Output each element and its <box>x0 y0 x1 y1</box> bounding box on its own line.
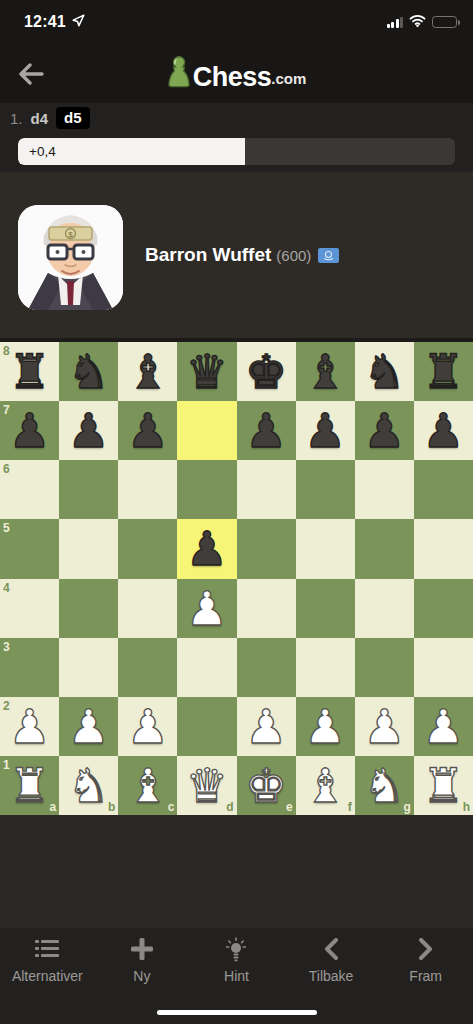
square-e2[interactable]: ♟ <box>237 697 296 756</box>
square-f4[interactable] <box>296 579 355 638</box>
square-b8[interactable]: ♞ <box>59 342 118 401</box>
evaluation-bar: +0,4 <box>18 138 455 165</box>
forward-move-label: Fram <box>409 968 442 984</box>
lower-gap <box>0 815 473 928</box>
square-b3[interactable] <box>59 638 118 697</box>
rank-label-3: 3 <box>3 640 10 654</box>
move-list: 1. d4 d5 <box>0 103 473 133</box>
opponent-panel: $ Barron Wuffet(600) <box>0 172 473 338</box>
square-e6[interactable] <box>237 460 296 519</box>
rank-label-5: 5 <box>3 521 10 535</box>
piece-white-pawn: ♟ <box>355 697 414 756</box>
square-d2[interactable] <box>177 697 236 756</box>
piece-black-king: ♚ <box>237 342 296 401</box>
svg-text:$: $ <box>68 229 73 238</box>
piece-white-rook: ♜ <box>0 756 59 815</box>
back-move-label: Tilbake <box>309 968 354 984</box>
piece-black-pawn: ♟ <box>237 401 296 460</box>
square-e7[interactable]: ♟ <box>237 401 296 460</box>
square-a8[interactable]: 8♜ <box>0 342 59 401</box>
back-button[interactable] <box>18 63 48 85</box>
square-f5[interactable] <box>296 519 355 578</box>
piece-white-knight: ♞ <box>59 756 118 815</box>
piece-black-pawn: ♟ <box>118 401 177 460</box>
square-a7[interactable]: 7♟ <box>0 401 59 460</box>
app-header: Chess .com <box>0 44 473 103</box>
square-d7[interactable] <box>177 401 236 460</box>
options-label: Alternativer <box>12 968 83 984</box>
piece-black-pawn: ♟ <box>414 401 473 460</box>
square-f6[interactable] <box>296 460 355 519</box>
logo-text: Chess <box>193 62 272 92</box>
lightbulb-icon <box>224 937 248 961</box>
square-a3[interactable]: 3 <box>0 638 59 697</box>
square-d5[interactable]: ♟ <box>177 519 236 578</box>
square-b4[interactable] <box>59 579 118 638</box>
piece-black-knight: ♞ <box>59 342 118 401</box>
clock-time: 12:41 <box>24 13 66 31</box>
square-f8[interactable]: ♝ <box>296 342 355 401</box>
location-arrow-icon <box>71 13 86 32</box>
square-g8[interactable]: ♞ <box>355 342 414 401</box>
square-f1[interactable]: f♝ <box>296 756 355 815</box>
piece-black-pawn: ♟ <box>59 401 118 460</box>
move-number: 1. <box>10 110 23 127</box>
piece-white-bishop: ♝ <box>296 756 355 815</box>
square-e1[interactable]: e♚ <box>237 756 296 815</box>
status-bar: 12:41 <box>0 0 473 44</box>
square-g3[interactable] <box>355 638 414 697</box>
piece-black-pawn: ♟ <box>355 401 414 460</box>
square-f2[interactable]: ♟ <box>296 697 355 756</box>
square-c1[interactable]: c♝ <box>118 756 177 815</box>
square-a5[interactable]: 5 <box>0 519 59 578</box>
square-d8[interactable]: ♛ <box>177 342 236 401</box>
square-a1[interactable]: 1a♜ <box>0 756 59 815</box>
opponent-name: Barron Wuffet <box>145 244 271 265</box>
move-black-selected[interactable]: d5 <box>56 107 90 129</box>
pawn-logo-icon <box>167 55 191 92</box>
plus-icon <box>131 937 153 961</box>
square-h2[interactable]: ♟ <box>414 697 473 756</box>
square-b5[interactable] <box>59 519 118 578</box>
square-g4[interactable] <box>355 579 414 638</box>
piece-black-pawn: ♟ <box>177 519 236 578</box>
piece-white-bishop: ♝ <box>118 756 177 815</box>
square-g7[interactable]: ♟ <box>355 401 414 460</box>
square-c8[interactable]: ♝ <box>118 342 177 401</box>
square-g5[interactable] <box>355 519 414 578</box>
eval-score: +0,4 <box>18 144 56 159</box>
square-b1[interactable]: b♞ <box>59 756 118 815</box>
battery-icon <box>432 16 457 28</box>
eval-fill: +0,4 <box>18 138 245 165</box>
square-g1[interactable]: g♞ <box>355 756 414 815</box>
chevron-left-icon <box>324 937 338 961</box>
square-f3[interactable] <box>296 638 355 697</box>
square-h6[interactable] <box>414 460 473 519</box>
piece-black-bishop: ♝ <box>296 342 355 401</box>
hint-label: Hint <box>224 968 249 984</box>
square-a4[interactable]: 4 <box>0 579 59 638</box>
square-c6[interactable] <box>118 460 177 519</box>
forward-move-button[interactable]: Fram <box>378 937 473 1024</box>
square-c7[interactable]: ♟ <box>118 401 177 460</box>
chevron-right-icon <box>419 937 433 961</box>
opponent-info: Barron Wuffet(600) <box>145 244 339 267</box>
piece-black-knight: ♞ <box>355 342 414 401</box>
piece-white-pawn: ♟ <box>118 697 177 756</box>
piece-white-pawn: ♟ <box>237 697 296 756</box>
square-c4[interactable] <box>118 579 177 638</box>
square-g6[interactable] <box>355 460 414 519</box>
opponent-rating: (600) <box>276 247 311 264</box>
piece-white-king: ♚ <box>237 756 296 815</box>
square-d6[interactable] <box>177 460 236 519</box>
square-h3[interactable] <box>414 638 473 697</box>
piece-black-bishop: ♝ <box>118 342 177 401</box>
evaluation-row: +0,4 <box>0 133 473 172</box>
logo-suffix: .com <box>271 66 306 92</box>
square-e8[interactable]: ♚ <box>237 342 296 401</box>
square-h5[interactable] <box>414 519 473 578</box>
square-d4[interactable]: ♟ <box>177 579 236 638</box>
flag-icon <box>318 249 339 266</box>
opponent-avatar[interactable]: $ <box>18 205 123 310</box>
piece-white-rook: ♜ <box>414 756 473 815</box>
square-d3[interactable] <box>177 638 236 697</box>
square-h1[interactable]: h♜ <box>414 756 473 815</box>
list-icon <box>35 937 59 961</box>
chess-board[interactable]: 8♜♞♝♛♚♝♞♜7♟♟♟♟♟♟♟65♟4♟32♟♟♟♟♟♟♟1a♜b♞c♝d♛… <box>0 338 473 815</box>
piece-black-rook: ♜ <box>0 342 59 401</box>
square-e5[interactable] <box>237 519 296 578</box>
square-a6[interactable]: 6 <box>0 460 59 519</box>
square-b7[interactable]: ♟ <box>59 401 118 460</box>
home-indicator[interactable] <box>157 1010 317 1015</box>
square-f7[interactable]: ♟ <box>296 401 355 460</box>
square-d1[interactable]: d♛ <box>177 756 236 815</box>
square-b2[interactable]: ♟ <box>59 697 118 756</box>
piece-white-pawn: ♟ <box>59 697 118 756</box>
piece-black-queen: ♛ <box>177 342 236 401</box>
square-e4[interactable] <box>237 579 296 638</box>
chesscom-logo: Chess .com <box>0 55 473 92</box>
square-h4[interactable] <box>414 579 473 638</box>
piece-black-pawn: ♟ <box>0 401 59 460</box>
square-c3[interactable] <box>118 638 177 697</box>
square-a2[interactable]: 2♟ <box>0 697 59 756</box>
move-white[interactable]: d4 <box>31 110 49 127</box>
piece-white-pawn: ♟ <box>177 579 236 638</box>
square-e3[interactable] <box>237 638 296 697</box>
piece-black-pawn: ♟ <box>296 401 355 460</box>
rank-label-6: 6 <box>3 462 10 476</box>
piece-white-pawn: ♟ <box>296 697 355 756</box>
bottom-toolbar: Alternativer Ny Hint Tilbake <box>0 928 473 1024</box>
square-h8[interactable]: ♜ <box>414 342 473 401</box>
square-h7[interactable]: ♟ <box>414 401 473 460</box>
cellular-signal-icon <box>387 17 404 28</box>
piece-white-pawn: ♟ <box>0 697 59 756</box>
square-g2[interactable]: ♟ <box>355 697 414 756</box>
square-c2[interactable]: ♟ <box>118 697 177 756</box>
piece-white-queen: ♛ <box>177 756 236 815</box>
piece-white-knight: ♞ <box>355 756 414 815</box>
piece-white-pawn: ♟ <box>414 697 473 756</box>
options-button[interactable]: Alternativer <box>0 937 95 1024</box>
wifi-icon <box>409 13 426 31</box>
square-b6[interactable] <box>59 460 118 519</box>
piece-black-rook: ♜ <box>414 342 473 401</box>
rank-label-4: 4 <box>3 581 10 595</box>
new-game-label: Ny <box>133 968 150 984</box>
square-c5[interactable] <box>118 519 177 578</box>
